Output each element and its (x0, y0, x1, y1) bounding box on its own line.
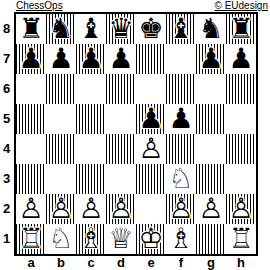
black-bishop-icon: ♝ (76, 14, 106, 44)
square-c8[interactable]: ♝♝ (76, 14, 106, 44)
square-b8[interactable]: ♞♞ (46, 14, 76, 44)
square-c1[interactable]: ♝♗ (76, 224, 106, 254)
app-title-link[interactable]: ChessOps (16, 0, 63, 11)
square-e1[interactable]: ♚♔ (136, 224, 166, 254)
white-king-icon: ♔ (136, 224, 166, 254)
square-f1[interactable]: ♝♗ (166, 224, 196, 254)
square-d1[interactable]: ♛♕ (106, 224, 136, 254)
square-e7[interactable] (136, 44, 166, 74)
file-label-d: d (106, 256, 136, 270)
square-a6[interactable] (16, 74, 46, 104)
square-g5[interactable] (196, 104, 226, 134)
square-h3[interactable] (226, 164, 256, 194)
file-label-e: e (136, 256, 166, 270)
square-h5[interactable] (226, 104, 256, 134)
square-b5[interactable] (46, 104, 76, 134)
rank-label-1: 1 (0, 224, 13, 254)
square-f3[interactable]: ♞♘ (166, 164, 196, 194)
file-label-b: b (46, 256, 76, 270)
white-rook-icon: ♖ (16, 224, 46, 254)
black-bishop-icon: ♝ (166, 14, 196, 44)
black-pawn-silhouette: ♟ (76, 44, 106, 74)
black-pawn-icon: ♟ (76, 44, 106, 74)
black-pawn-icon: ♟ (16, 44, 46, 74)
credit-link[interactable]: © EUdesign (214, 0, 268, 11)
square-h8[interactable]: ♜♜ (226, 14, 256, 44)
white-pawn-silhouette: ♟ (196, 194, 226, 224)
black-pawn-silhouette: ♟ (196, 44, 226, 74)
square-f6[interactable] (166, 74, 196, 104)
black-pawn-silhouette: ♟ (106, 44, 136, 74)
black-pawn-icon: ♟ (166, 104, 196, 134)
square-c3[interactable] (76, 164, 106, 194)
white-pawn-silhouette: ♟ (166, 194, 196, 224)
square-c5[interactable] (76, 104, 106, 134)
white-bishop-icon: ♗ (166, 224, 196, 254)
square-g8[interactable]: ♞♞ (196, 14, 226, 44)
square-f5[interactable]: ♟♟ (166, 104, 196, 134)
square-h1[interactable]: ♜♖ (226, 224, 256, 254)
white-pawn-icon: ♙ (166, 194, 196, 224)
square-a4[interactable] (16, 134, 46, 164)
square-c7[interactable]: ♟♟ (76, 44, 106, 74)
rank-label-6: 6 (0, 74, 13, 104)
square-d3[interactable] (106, 164, 136, 194)
square-e5[interactable]: ♟♟ (136, 104, 166, 134)
rank-label-4: 4 (0, 134, 13, 164)
square-b4[interactable] (46, 134, 76, 164)
square-a1[interactable]: ♜♖ (16, 224, 46, 254)
black-knight-silhouette: ♞ (46, 14, 76, 44)
black-bishop-silhouette: ♝ (166, 14, 196, 44)
square-e3[interactable] (136, 164, 166, 194)
file-label-f: f (166, 256, 196, 270)
black-pawn-icon: ♟ (106, 44, 136, 74)
square-a5[interactable] (16, 104, 46, 134)
rank-label-3: 3 (0, 164, 13, 194)
black-queen-icon: ♛ (106, 14, 136, 44)
header: ChessOps © EUdesign (16, 0, 268, 11)
black-pawn-silhouette: ♟ (46, 44, 76, 74)
square-g2[interactable]: ♟♙ (196, 194, 226, 224)
black-queen-silhouette: ♛ (106, 14, 136, 44)
square-e2[interactable] (136, 194, 166, 224)
white-pawn-silhouette: ♟ (226, 194, 256, 224)
chess-board: ♜♜♞♞♝♝♛♛♚♚♝♝♞♞♜♜♟♟♟♟♟♟♟♟♟♟♟♟♟♟♟♟♟♙♞♘♟♙♟♙… (14, 12, 258, 256)
black-pawn-icon: ♟ (136, 104, 166, 134)
white-rook-silhouette: ♜ (16, 224, 46, 254)
black-pawn-silhouette: ♟ (136, 104, 166, 134)
white-pawn-silhouette: ♟ (106, 194, 136, 224)
square-e6[interactable] (136, 74, 166, 104)
black-bishop-silhouette: ♝ (76, 14, 106, 44)
file-labels: abcdefgh (16, 256, 256, 270)
square-h7[interactable]: ♟♟ (226, 44, 256, 74)
square-b7[interactable]: ♟♟ (46, 44, 76, 74)
white-knight-icon: ♘ (166, 164, 196, 194)
file-label-a: a (16, 256, 46, 270)
white-pawn-icon: ♙ (76, 194, 106, 224)
square-d2[interactable]: ♟♙ (106, 194, 136, 224)
square-g7[interactable]: ♟♟ (196, 44, 226, 74)
black-pawn-silhouette: ♟ (226, 44, 256, 74)
square-b6[interactable] (46, 74, 76, 104)
white-pawn-icon: ♙ (106, 194, 136, 224)
rank-label-7: 7 (0, 44, 13, 74)
square-a8[interactable]: ♜♜ (16, 14, 46, 44)
white-pawn-silhouette: ♟ (76, 194, 106, 224)
white-bishop-icon: ♗ (76, 224, 106, 254)
white-pawn-icon: ♙ (226, 194, 256, 224)
square-d4[interactable] (106, 134, 136, 164)
square-h6[interactable] (226, 74, 256, 104)
white-bishop-silhouette: ♝ (166, 224, 196, 254)
white-knight-icon: ♘ (46, 224, 76, 254)
square-a7[interactable]: ♟♟ (16, 44, 46, 74)
square-h4[interactable] (226, 134, 256, 164)
square-g3[interactable] (196, 164, 226, 194)
square-f7[interactable] (166, 44, 196, 74)
square-d7[interactable]: ♟♟ (106, 44, 136, 74)
white-pawn-icon: ♙ (46, 194, 76, 224)
black-pawn-icon: ♟ (196, 44, 226, 74)
square-a3[interactable] (16, 164, 46, 194)
white-rook-silhouette: ♜ (226, 224, 256, 254)
black-rook-icon: ♜ (16, 14, 46, 44)
square-a2[interactable]: ♟♙ (16, 194, 46, 224)
white-pawn-icon: ♙ (136, 134, 166, 164)
square-d5[interactable] (106, 104, 136, 134)
rank-labels: 87654321 (0, 14, 13, 254)
square-c2[interactable]: ♟♙ (76, 194, 106, 224)
white-king-silhouette: ♚ (136, 224, 166, 254)
white-bishop-silhouette: ♝ (76, 224, 106, 254)
white-rook-icon: ♖ (226, 224, 256, 254)
square-b1[interactable]: ♞♘ (46, 224, 76, 254)
black-pawn-silhouette: ♟ (16, 44, 46, 74)
white-queen-silhouette: ♛ (106, 224, 136, 254)
black-rook-silhouette: ♜ (226, 14, 256, 44)
white-queen-icon: ♕ (106, 224, 136, 254)
rank-label-5: 5 (0, 104, 13, 134)
black-king-silhouette: ♚ (136, 14, 166, 44)
white-knight-silhouette: ♞ (46, 224, 76, 254)
square-f8[interactable]: ♝♝ (166, 14, 196, 44)
white-pawn-icon: ♙ (16, 194, 46, 224)
square-b2[interactable]: ♟♙ (46, 194, 76, 224)
black-knight-icon: ♞ (46, 14, 76, 44)
black-pawn-icon: ♟ (226, 44, 256, 74)
white-pawn-silhouette: ♟ (136, 134, 166, 164)
square-c6[interactable] (76, 74, 106, 104)
file-label-c: c (76, 256, 106, 270)
square-b3[interactable] (46, 164, 76, 194)
square-h2[interactable]: ♟♙ (226, 194, 256, 224)
white-knight-silhouette: ♞ (166, 164, 196, 194)
black-knight-silhouette: ♞ (196, 14, 226, 44)
black-knight-icon: ♞ (196, 14, 226, 44)
white-pawn-silhouette: ♟ (16, 194, 46, 224)
black-pawn-icon: ♟ (46, 44, 76, 74)
rank-label-2: 2 (0, 194, 13, 224)
white-pawn-icon: ♙ (196, 194, 226, 224)
square-g6[interactable] (196, 74, 226, 104)
black-rook-icon: ♜ (226, 14, 256, 44)
square-f2[interactable]: ♟♙ (166, 194, 196, 224)
square-c4[interactable] (76, 134, 106, 164)
square-d8[interactable]: ♛♛ (106, 14, 136, 44)
black-pawn-silhouette: ♟ (166, 104, 196, 134)
square-d6[interactable] (106, 74, 136, 104)
file-label-h: h (226, 256, 256, 270)
file-label-g: g (196, 256, 226, 270)
rank-label-8: 8 (0, 14, 13, 44)
square-e8[interactable]: ♚♚ (136, 14, 166, 44)
white-pawn-silhouette: ♟ (46, 194, 76, 224)
black-rook-silhouette: ♜ (16, 14, 46, 44)
square-g4[interactable] (196, 134, 226, 164)
black-king-icon: ♚ (136, 14, 166, 44)
square-g1[interactable] (196, 224, 226, 254)
square-e4[interactable]: ♟♙ (136, 134, 166, 164)
square-f4[interactable] (166, 134, 196, 164)
